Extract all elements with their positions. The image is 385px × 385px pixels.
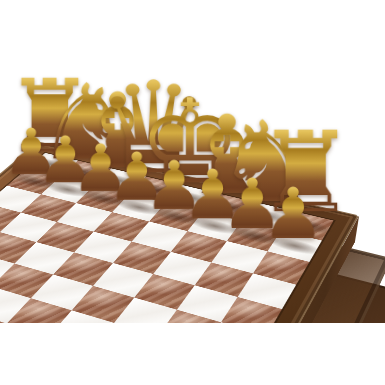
piece-silver-B-c1[interactable]: ♝ bbox=[0, 204, 58, 334]
piece-glyph-c1: ♝ bbox=[0, 204, 28, 334]
photo-bottom-crop bbox=[0, 323, 385, 385]
